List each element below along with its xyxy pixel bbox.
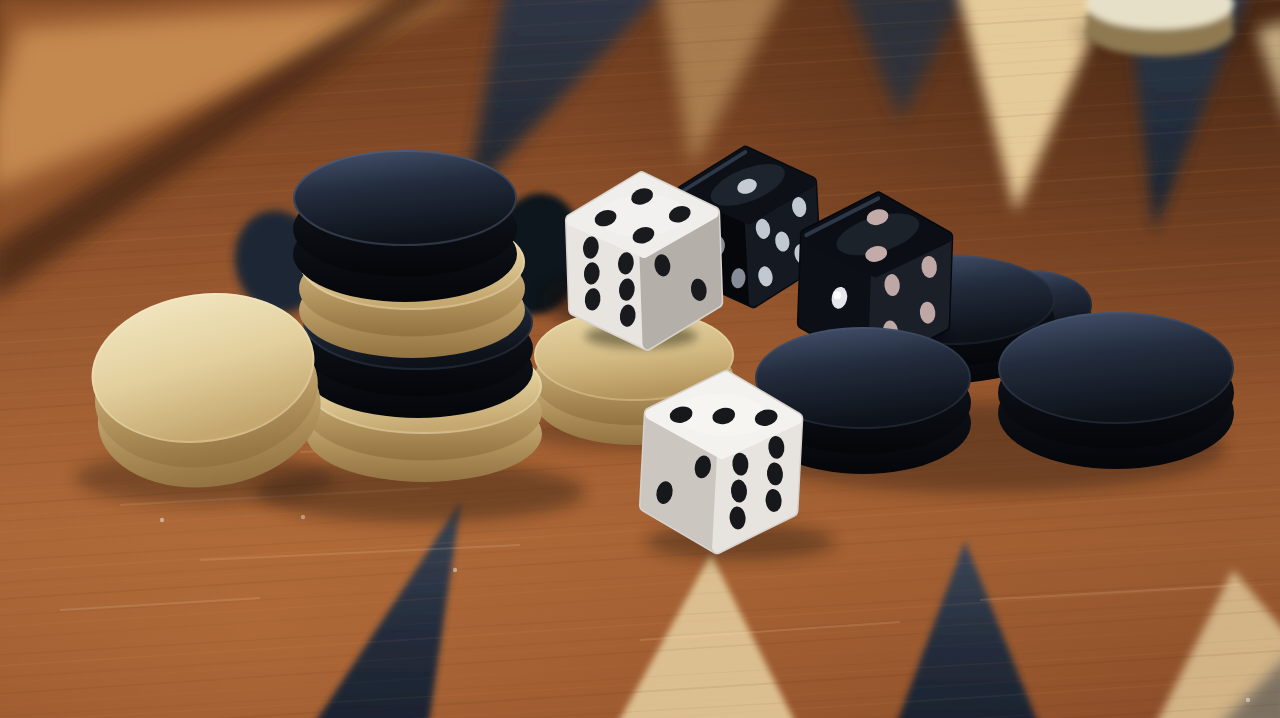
die-white-front[interactable] xyxy=(643,373,798,551)
checker-dark-far-right[interactable] xyxy=(998,312,1234,469)
checker-light-top-edge[interactable] xyxy=(1086,0,1234,56)
checker-dark-stack-top[interactable] xyxy=(293,150,517,302)
die-white-center[interactable] xyxy=(570,176,719,347)
backgammon-board-photo xyxy=(0,0,1280,718)
board-photo-canvas xyxy=(0,0,1280,718)
